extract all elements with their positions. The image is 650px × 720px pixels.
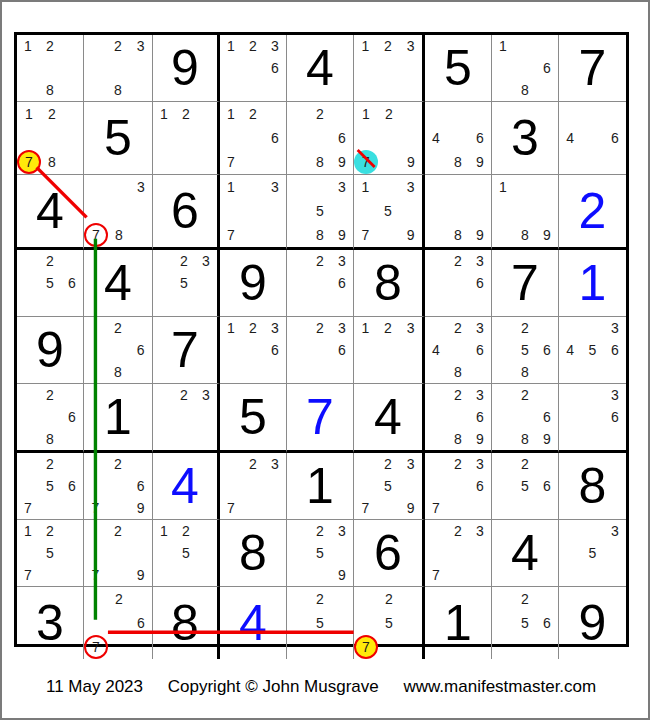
cell-r7c9[interactable]: 8 (559, 453, 626, 520)
candidate-slot (84, 611, 108, 635)
cell-r8c2[interactable]: 279 (84, 520, 153, 587)
candidate-2: 2 (447, 250, 469, 272)
given-digit: 7 (579, 43, 607, 93)
candidate-slot: 5 (514, 339, 536, 361)
pencil-marks: 3589 (287, 175, 353, 247)
candidate-slot: 2 (242, 35, 264, 57)
candidate-slot (220, 453, 242, 475)
candidate-1: 1 (354, 35, 376, 57)
candidate-slot (175, 126, 197, 150)
candidate-slot (108, 635, 130, 659)
candidate-3: 3 (195, 250, 217, 272)
candidate-slot: 8 (447, 223, 469, 247)
sudoku-page: 1282389123641235168712785121267268912794… (0, 0, 650, 720)
cell-r8c3[interactable]: 125 (153, 520, 220, 587)
candidate-slot (197, 126, 217, 150)
pencil-marks: 1267 (220, 102, 286, 174)
solved-digit: 4 (171, 461, 199, 511)
candidate-2: 2 (242, 103, 264, 125)
candidate-slot (61, 564, 83, 586)
candidate-1: 1 (492, 176, 514, 198)
cell-r4c6[interactable]: 8 (354, 250, 425, 317)
candidate-slot: 2 (39, 384, 61, 406)
cell-r8c4[interactable]: 8 (220, 520, 287, 587)
candidate-slot (492, 199, 514, 223)
candidate-5: 5 (581, 542, 603, 564)
cell-r6c3[interactable]: 23 (153, 384, 220, 453)
candidate-slot (425, 453, 447, 475)
pencil-marks: 267 (84, 587, 152, 659)
cell-r2c6[interactable]: 1279 (354, 102, 425, 175)
candidate-slot (492, 497, 514, 519)
candidate-slot: 2 (377, 317, 400, 339)
candidate-slot (197, 520, 217, 542)
candidate-slot: 7 (84, 564, 107, 586)
cell-r8c6[interactable]: 6 (354, 520, 425, 587)
candidate-slot: 3 (264, 317, 286, 339)
candidate-6: 6 (331, 339, 353, 361)
candidate-slot: 3 (469, 520, 491, 542)
candidate-7: 7 (84, 564, 106, 586)
cell-r8c5[interactable]: 2359 (287, 520, 354, 587)
candidate-slot: 1 (354, 175, 377, 199)
candidate-slot (242, 150, 264, 174)
candidate-8: 8 (39, 79, 61, 101)
candidate-slot (17, 294, 39, 316)
cell-r7c3[interactable]: 4 (153, 453, 220, 520)
candidate-slot (175, 150, 197, 174)
candidate-6: 6 (130, 339, 152, 361)
pencil-marks: 1236 (220, 317, 286, 383)
candidate-slot (377, 361, 400, 383)
candidate-2: 2 (173, 250, 195, 272)
candidate-slot: 6 (536, 339, 558, 361)
candidate-slot: 5 (309, 542, 331, 564)
cell-r6c7[interactable]: 23689 (425, 384, 492, 453)
candidate-slot (107, 564, 130, 586)
candidate-2: 2 (39, 384, 61, 406)
cell-r5c4[interactable]: 1236 (220, 317, 287, 384)
cell-r2c2[interactable]: 5 (84, 102, 153, 175)
candidate-slot (492, 635, 514, 659)
cell-r4c7[interactable]: 236 (425, 250, 492, 317)
candidate-slot: 3 (264, 175, 286, 199)
solved-digit: 7 (306, 392, 334, 442)
pencil-marks: 2367 (425, 453, 491, 519)
candidate-slot (425, 294, 447, 316)
candidate-8: 8 (107, 79, 129, 101)
candidate-slot (84, 542, 107, 564)
cell-r3c7[interactable]: 89 (425, 175, 492, 250)
candidate-slot: 3 (469, 317, 491, 339)
cell-r7c5[interactable]: 1 (287, 453, 354, 520)
candidate-2: 2 (242, 317, 264, 339)
candidate-slot (17, 384, 39, 406)
candidate-slot (61, 79, 83, 101)
cell-r2c9[interactable]: 46 (559, 102, 626, 175)
candidate-6: 6 (604, 127, 626, 149)
candidate-slot: 7 (84, 223, 108, 247)
cell-r8c8[interactable]: 4 (492, 520, 559, 587)
cell-r5c1[interactable]: 9 (17, 317, 84, 384)
candidate-3: 3 (331, 176, 353, 198)
candidate-3: 3 (604, 520, 626, 542)
cell-r1c5[interactable]: 4 (287, 35, 354, 102)
cell-r1c3[interactable]: 9 (153, 35, 220, 102)
candidate-slot (559, 406, 581, 428)
candidate-slot: 6 (536, 611, 558, 635)
candidate-slot (559, 361, 581, 383)
cell-r3c3[interactable]: 6 (153, 175, 220, 250)
cell-r1c6[interactable]: 123 (354, 35, 425, 102)
candidate-slot: 2 (309, 250, 331, 272)
candidate-slot (242, 79, 264, 101)
cell-r1c9[interactable]: 7 (559, 35, 626, 102)
candidate-slot (108, 199, 130, 223)
given-digit: 4 (306, 43, 334, 93)
candidate-slot: 3 (130, 175, 152, 199)
cell-r3c2[interactable]: 378 (84, 175, 153, 250)
candidate-slot: 6 (536, 475, 558, 497)
cell-r5c8[interactable]: 2568 (492, 317, 559, 384)
candidate-8: 8 (514, 224, 536, 246)
candidate-slot (447, 475, 469, 497)
candidate-slot (447, 406, 469, 428)
pencil-marks: 13579 (354, 175, 422, 247)
cell-r6c6[interactable]: 4 (354, 384, 425, 453)
candidate-slot: 3 (604, 317, 626, 339)
cell-r3c8[interactable]: 189 (492, 175, 559, 250)
candidate-slot (536, 79, 558, 101)
candidate-slot (309, 175, 331, 199)
candidate-slot (61, 520, 83, 542)
footer: 11 May 2023 Copyright © John Musgrave ww… (46, 677, 616, 697)
cell-r2c3[interactable]: 12 (153, 102, 220, 175)
candidate-slot: 2 (377, 453, 400, 475)
cell-r6c9[interactable]: 36 (559, 384, 626, 453)
candidate-6: 6 (469, 272, 491, 294)
candidate-slot (264, 102, 286, 126)
candidate-slot (61, 453, 83, 475)
candidate-slot (220, 126, 242, 150)
cell-r6c1[interactable]: 268 (17, 384, 84, 453)
cell-r9c6[interactable]: 257 (354, 587, 425, 659)
candidate-5: 5 (514, 475, 536, 497)
candidate-slot (129, 453, 152, 475)
candidate-slot: 5 (581, 339, 603, 361)
candidate-slot (264, 223, 286, 247)
candidate-slot: 2 (447, 384, 469, 406)
pencil-marks: 23 (153, 384, 217, 450)
candidate-slot: 2 (514, 317, 536, 339)
cell-r4c4[interactable]: 9 (220, 250, 287, 317)
candidate-1: 1 (354, 176, 376, 198)
cell-r4c2[interactable]: 4 (84, 250, 153, 317)
candidate-slot (84, 520, 107, 542)
candidate-slot (84, 453, 107, 475)
given-digit: 4 (374, 392, 402, 442)
candidate-slot: 8 (447, 150, 469, 174)
candidate-slot (492, 475, 514, 497)
cell-r8c7[interactable]: 237 (425, 520, 492, 587)
candidate-slot: 3 (331, 317, 353, 339)
candidate-slot (153, 272, 173, 294)
candidate-3: 3 (469, 250, 491, 272)
solved-digit: 4 (239, 598, 267, 648)
cell-r4c3[interactable]: 235 (153, 250, 220, 317)
cell-r2c1[interactable]: 1278 (17, 102, 84, 175)
cell-r5c3[interactable]: 7 (153, 317, 220, 384)
candidate-2: 2 (107, 317, 129, 339)
candidate-slot (61, 250, 83, 272)
candidate-slot (354, 453, 377, 475)
candidate-5: 5 (39, 542, 61, 564)
candidate-slot (153, 406, 173, 428)
candidate-slot (354, 361, 377, 383)
pencil-marks: 23579 (354, 453, 422, 519)
candidate-3: 3 (331, 250, 353, 272)
candidate-5: 5 (309, 612, 331, 634)
cell-r7c6[interactable]: 23579 (354, 453, 425, 520)
candidate-slot (129, 542, 152, 564)
cell-r9c2[interactable]: 267 (84, 587, 153, 659)
candidate-slot (107, 497, 130, 519)
cell-r4c5[interactable]: 236 (287, 250, 354, 317)
pencil-marks: 236 (287, 317, 353, 383)
candidate-slot: 6 (536, 57, 558, 79)
candidate-slot (153, 250, 173, 272)
candidate-slot: 8 (108, 223, 130, 247)
given-digit: 5 (239, 392, 267, 442)
cell-r4c1[interactable]: 256 (17, 250, 84, 317)
candidate-1: 1 (17, 520, 39, 542)
cell-r1c8[interactable]: 168 (492, 35, 559, 102)
candidate-slot (17, 453, 39, 475)
candidate-9: 9 (130, 497, 152, 519)
candidate-slot: 2 (41, 102, 63, 126)
pencil-marks: 23468 (425, 317, 491, 383)
candidate-3: 3 (469, 520, 491, 542)
cell-r3c5[interactable]: 3589 (287, 175, 354, 250)
candidate-7: 7 (220, 497, 242, 519)
candidate-slot (107, 475, 130, 497)
candidate-slot: 2 (447, 453, 469, 475)
candidate-slot (17, 57, 39, 79)
given-digit: 6 (171, 186, 199, 236)
candidate-slot (287, 587, 309, 611)
cell-r1c2[interactable]: 238 (84, 35, 153, 102)
cell-r3c4[interactable]: 137 (220, 175, 287, 250)
cell-r1c1[interactable]: 128 (17, 35, 84, 102)
cell-r6c4[interactable]: 5 (220, 384, 287, 453)
cell-r9c4[interactable]: 4 (220, 587, 287, 659)
candidate-2: 2 (173, 384, 195, 406)
cell-r5c9[interactable]: 3456 (559, 317, 626, 384)
candidate-slot: 5 (173, 272, 195, 294)
candidate-slot (581, 520, 603, 542)
candidate-8: 8 (41, 151, 63, 173)
cell-r1c4[interactable]: 1236 (220, 35, 287, 102)
cell-r6c8[interactable]: 2689 (492, 384, 559, 453)
candidate-slot: 5 (39, 272, 61, 294)
candidate-slot: 6 (129, 475, 152, 497)
candidate-slot (378, 150, 400, 174)
candidate-6: 6 (331, 272, 353, 294)
cell-r3c1[interactable]: 4 (17, 175, 84, 250)
candidate-slot (425, 102, 447, 126)
cell-r9c8[interactable]: 256 (492, 587, 559, 659)
cell-r5c7[interactable]: 23468 (425, 317, 492, 384)
candidate-7: 7 (354, 497, 376, 519)
candidate-3: 3 (264, 317, 286, 339)
cell-r9c7[interactable]: 1 (425, 587, 492, 659)
given-digit: 8 (579, 461, 607, 511)
candidate-slot (447, 542, 469, 564)
candidate-slot (61, 428, 83, 450)
candidate-slot (378, 126, 400, 150)
candidate-slot (400, 102, 422, 126)
cell-r9c1[interactable]: 3 (17, 587, 84, 659)
candidate-9: 9 (469, 151, 491, 173)
pencil-marks: 189 (492, 175, 558, 247)
pencil-marks: 36 (559, 384, 626, 450)
given-digit: 3 (511, 113, 539, 163)
cell-r5c2[interactable]: 268 (84, 317, 153, 384)
cell-r7c1[interactable]: 2567 (17, 453, 84, 520)
cell-r9c5[interactable]: 25 (287, 587, 354, 659)
given-digit: 1 (104, 392, 132, 442)
cell-r2c4[interactable]: 1267 (220, 102, 287, 175)
given-digit: 9 (239, 258, 267, 308)
candidate-4: 4 (559, 339, 581, 361)
candidate-slot: 8 (514, 79, 536, 101)
candidate-slot: 9 (331, 564, 353, 586)
candidate-9: 9 (469, 224, 491, 246)
cell-r3c9[interactable]: 2 (559, 175, 626, 250)
candidate-slot: 3 (331, 175, 353, 199)
cell-r5c6[interactable]: 123 (354, 317, 425, 384)
cell-r4c9[interactable]: 1 (559, 250, 626, 317)
candidate-slot (559, 542, 581, 564)
cell-r2c8[interactable]: 3 (492, 102, 559, 175)
candidate-slot (84, 361, 107, 383)
candidate-slot (492, 339, 514, 361)
candidate-slot: 2 (39, 453, 61, 475)
candidate-7: 7 (425, 497, 447, 519)
candidate-slot (331, 199, 353, 223)
candidate-slot: 8 (107, 79, 130, 101)
candidate-2: 2 (108, 588, 130, 610)
candidate-slot: 7 (220, 223, 242, 247)
cell-r6c2[interactable]: 1 (84, 384, 153, 453)
candidate-slot: 3 (264, 453, 286, 475)
cell-r2c5[interactable]: 2689 (287, 102, 354, 175)
candidate-6: 6 (469, 475, 491, 497)
candidate-slot: 7 (354, 150, 378, 174)
candidate-slot (581, 317, 603, 339)
candidate-slot: 6 (264, 339, 286, 361)
candidate-slot: 3 (604, 384, 626, 406)
cell-r9c3[interactable]: 8 (153, 587, 220, 659)
candidate-2: 2 (309, 588, 331, 610)
candidate-2: 2 (377, 453, 399, 475)
candidate-6: 6 (61, 406, 83, 428)
candidate-3: 3 (264, 176, 286, 198)
cell-r8c9[interactable]: 35 (559, 520, 626, 587)
candidate-slot: 4 (425, 126, 447, 150)
candidate-6: 6 (61, 475, 83, 497)
cell-r3c6[interactable]: 13579 (354, 175, 425, 250)
cell-r7c2[interactable]: 2679 (84, 453, 153, 520)
candidate-2: 2 (107, 520, 129, 542)
cell-r7c8[interactable]: 256 (492, 453, 559, 520)
candidate-2: 2 (41, 103, 63, 125)
candidate-slot (195, 294, 217, 316)
candidate-slot: 8 (309, 150, 331, 174)
candidate-slot (107, 57, 130, 79)
candidate-6: 6 (469, 127, 491, 149)
candidate-slot (425, 272, 447, 294)
candidate-3: 3 (604, 384, 626, 406)
cell-r9c9[interactable]: 9 (559, 587, 626, 659)
candidate-1: 1 (153, 103, 175, 125)
candidate-slot (17, 542, 39, 564)
candidate-slot (447, 126, 469, 150)
candidate-3: 3 (130, 35, 152, 57)
candidate-slot: 1 (354, 102, 378, 126)
candidate-6: 6 (331, 127, 353, 149)
candidate-slot: 3 (469, 250, 491, 272)
candidate-slot: 7 (17, 564, 39, 586)
candidate-slot (469, 361, 491, 383)
candidate-slot (559, 564, 581, 586)
pencil-marks: 279 (84, 520, 152, 586)
candidate-slot: 2 (39, 35, 61, 57)
candidate-slot: 4 (559, 126, 581, 150)
pencil-marks: 125 (153, 520, 217, 586)
given-digit: 5 (444, 43, 472, 93)
candidate-3: 3 (604, 317, 626, 339)
candidate-6: 6 (604, 406, 626, 428)
cell-r8c1[interactable]: 1257 (17, 520, 84, 587)
cell-r2c7[interactable]: 4689 (425, 102, 492, 175)
candidate-slot: 2 (309, 587, 331, 611)
candidate-slot (287, 199, 309, 223)
candidate-5: 5 (39, 272, 61, 294)
cell-r5c5[interactable]: 236 (287, 317, 354, 384)
cell-r7c7[interactable]: 2367 (425, 453, 492, 520)
cell-r1c7[interactable]: 5 (425, 35, 492, 102)
pencil-marks: 268 (84, 317, 152, 383)
cell-r7c4[interactable]: 237 (220, 453, 287, 520)
candidate-slot: 2 (309, 102, 331, 126)
candidate-slot (469, 294, 491, 316)
candidate-9: 9 (331, 224, 353, 246)
candidate-slot (61, 497, 83, 519)
cell-r6c5[interactable]: 7 (287, 384, 354, 453)
cell-r4c8[interactable]: 7 (492, 250, 559, 317)
candidate-slot: 6 (469, 339, 491, 361)
candidate-slot: 5 (377, 199, 400, 223)
candidate-7: 7 (354, 224, 376, 246)
pencil-marks: 237 (425, 520, 491, 586)
given-digit: 4 (104, 258, 132, 308)
candidate-slot (309, 564, 331, 586)
candidate-9: 9 (400, 224, 422, 246)
candidate-8: 8 (107, 361, 129, 383)
candidate-slot: 2 (108, 587, 130, 611)
candidate-3: 3 (130, 176, 152, 198)
